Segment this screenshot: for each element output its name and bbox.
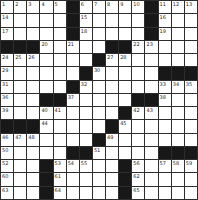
black-cell-r11c8 (93, 134, 105, 146)
cell-r14c3[interactable] (27, 173, 39, 185)
cell-r2c8[interactable] (93, 14, 105, 26)
clue-number-26: 26 (28, 54, 34, 60)
cell-r6c4[interactable] (40, 67, 52, 79)
cell-r8c7[interactable] (80, 94, 92, 106)
cell-r15c5[interactable]: 64 (54, 187, 66, 199)
cell-r3c14[interactable] (172, 28, 184, 40)
clue-number-24: 24 (2, 54, 8, 60)
cell-r11c1[interactable]: 46 (1, 134, 13, 146)
clue-number-65: 65 (133, 187, 139, 193)
cell-r8c15[interactable] (185, 94, 197, 106)
cell-r11c2[interactable]: 47 (14, 134, 26, 146)
cell-r9c13[interactable] (159, 107, 171, 119)
cell-r14c11[interactable]: 62 (132, 173, 144, 185)
cell-r9c6[interactable] (67, 107, 79, 119)
cell-r4c13[interactable] (159, 41, 171, 53)
cell-r15c6[interactable] (67, 187, 79, 199)
cell-r15c3[interactable] (27, 187, 39, 199)
clue-number-64: 64 (55, 187, 61, 193)
cell-r7c3[interactable] (27, 81, 39, 93)
black-cell-r8c4 (40, 94, 52, 106)
cell-r11c4[interactable] (40, 134, 52, 146)
clue-number-5: 5 (55, 1, 58, 7)
black-cell-r12c13 (159, 147, 171, 159)
cell-r3c3[interactable] (27, 28, 39, 40)
cell-r11c13[interactable] (159, 134, 171, 146)
clue-number-49: 49 (107, 134, 113, 140)
cell-r15c2[interactable] (14, 187, 26, 199)
clue-number-19: 19 (160, 28, 166, 34)
cell-r1c8[interactable]: 7 (93, 1, 105, 13)
clue-number-54: 54 (68, 160, 74, 166)
cell-r5c4[interactable] (40, 54, 52, 66)
clue-number-6: 6 (81, 1, 84, 7)
clue-number-11: 11 (160, 1, 166, 7)
clue-number-20: 20 (41, 41, 47, 47)
cell-r14c14[interactable] (172, 173, 184, 185)
clue-number-22: 22 (133, 41, 139, 47)
cell-r7c13[interactable]: 33 (159, 81, 171, 93)
cell-r13c15[interactable]: 59 (185, 160, 197, 172)
cell-r2c10[interactable] (119, 14, 131, 26)
cell-r7c5[interactable] (54, 81, 66, 93)
cell-r4c15[interactable] (185, 41, 197, 53)
clue-number-53: 53 (55, 160, 61, 166)
cell-r5c2[interactable]: 25 (14, 54, 26, 66)
cell-r11c5[interactable] (54, 134, 66, 146)
clue-number-4: 4 (41, 1, 44, 7)
clue-number-58: 58 (173, 160, 179, 166)
cell-r5c10[interactable]: 28 (119, 54, 131, 66)
black-cell-r12c6 (67, 147, 79, 159)
black-cell-r10c3 (27, 120, 39, 132)
clue-number-62: 62 (133, 173, 139, 179)
cell-r13c7[interactable]: 55 (80, 160, 92, 172)
clue-number-17: 17 (2, 28, 8, 34)
cell-r4c11[interactable]: 22 (132, 41, 144, 53)
clue-number-43: 43 (146, 107, 152, 113)
clue-number-52: 52 (2, 160, 8, 166)
cell-r12c1[interactable]: 50 (1, 147, 13, 159)
cell-r5c15[interactable] (185, 54, 197, 66)
cell-r14c12[interactable] (145, 173, 157, 185)
cell-r9c5[interactable]: 41 (54, 107, 66, 119)
cell-r10c11[interactable] (132, 120, 144, 132)
black-cell-r4c2 (14, 41, 26, 53)
cell-r1c1[interactable]: 1 (1, 1, 13, 13)
cell-r12c12[interactable] (145, 147, 157, 159)
cell-r9c9[interactable] (106, 107, 118, 119)
clue-number-12: 12 (173, 1, 179, 7)
black-cell-r1c12 (145, 1, 157, 13)
cell-r3c15[interactable] (185, 28, 197, 40)
black-cell-r3c12 (145, 28, 157, 40)
black-cell-r2c6 (67, 14, 79, 26)
cell-r12c10[interactable] (119, 147, 131, 159)
cell-r13c3[interactable] (27, 160, 39, 172)
cell-r7c1[interactable]: 31 (1, 81, 13, 93)
cell-r11c3[interactable]: 48 (27, 134, 39, 146)
black-cell-r7c6 (67, 81, 79, 93)
clue-number-30: 30 (94, 67, 100, 73)
cell-r11c7[interactable] (80, 134, 92, 146)
cell-r3c2[interactable] (14, 28, 26, 40)
cell-r1c10[interactable]: 9 (119, 1, 131, 13)
cell-r9c12[interactable]: 43 (145, 107, 157, 119)
cell-r10c15[interactable] (185, 120, 197, 132)
cell-r9c11[interactable]: 42 (132, 107, 144, 119)
cell-r9c8[interactable] (93, 107, 105, 119)
cell-r15c15[interactable] (185, 187, 197, 199)
cell-r4c5[interactable] (54, 41, 66, 53)
clue-number-32: 32 (81, 81, 87, 87)
cell-r15c13[interactable] (159, 187, 171, 199)
cell-r10c14[interactable] (172, 120, 184, 132)
cell-r13c12[interactable] (145, 160, 157, 172)
clue-number-16: 16 (160, 14, 166, 20)
cell-r15c11[interactable]: 65 (132, 187, 144, 199)
cell-r7c2[interactable] (14, 81, 26, 93)
cell-r13c11[interactable]: 56 (132, 160, 144, 172)
cell-r2c1[interactable]: 14 (1, 14, 13, 26)
clue-number-14: 14 (2, 14, 8, 20)
cell-r8c6[interactable]: 37 (67, 94, 79, 106)
clue-number-38: 38 (160, 94, 166, 100)
cell-r6c8[interactable]: 30 (93, 67, 105, 79)
clue-number-33: 33 (160, 81, 166, 87)
clue-number-44: 44 (41, 120, 47, 126)
clue-number-57: 57 (160, 160, 166, 166)
cell-r8c9[interactable] (106, 94, 118, 106)
cell-r10c7[interactable] (80, 120, 92, 132)
cell-r5c11[interactable] (132, 54, 144, 66)
black-cell-r12c15 (185, 147, 197, 159)
cell-r9c2[interactable] (14, 107, 26, 119)
cell-r12c2[interactable] (14, 147, 26, 159)
clue-number-29: 29 (2, 67, 8, 73)
cell-r2c4[interactable] (40, 14, 52, 26)
black-cell-r4c3 (27, 41, 39, 53)
cell-r3c10[interactable] (119, 28, 131, 40)
clue-number-41: 41 (55, 107, 61, 113)
crossword-grid: 1234567891011121314151617181920212223242… (0, 0, 198, 200)
cell-r5c6[interactable] (67, 54, 79, 66)
cell-r11c15[interactable] (185, 134, 197, 146)
cell-r7c4[interactable] (40, 81, 52, 93)
black-cell-r12c7 (80, 147, 92, 159)
clue-number-10: 10 (133, 1, 139, 7)
cell-r7c7[interactable]: 32 (80, 81, 92, 93)
cell-r10c13[interactable] (159, 120, 171, 132)
cell-r6c9[interactable] (106, 67, 118, 79)
cell-r14c7[interactable] (80, 173, 92, 185)
cell-r2c5[interactable] (54, 14, 66, 26)
clue-number-18: 18 (81, 28, 87, 34)
cell-r6c2[interactable] (14, 67, 26, 79)
black-cell-r6c14 (172, 67, 184, 79)
clue-number-56: 56 (133, 160, 139, 166)
clue-number-51: 51 (94, 147, 100, 153)
cell-r1c4[interactable]: 4 (40, 1, 52, 13)
cell-r9c15[interactable] (185, 107, 197, 119)
clue-number-34: 34 (173, 81, 179, 87)
black-cell-r13c4 (40, 160, 52, 172)
cell-r7c8[interactable] (93, 81, 105, 93)
cell-r5c9[interactable]: 27 (106, 54, 118, 66)
black-cell-r2c12 (145, 14, 157, 26)
clue-number-3: 3 (28, 1, 31, 7)
clue-number-59: 59 (186, 160, 192, 166)
black-cell-r4c1 (1, 41, 13, 53)
black-cell-r14c4 (40, 173, 52, 185)
cell-r2c15[interactable] (185, 14, 197, 26)
clue-number-50: 50 (2, 147, 8, 153)
cell-r3c8[interactable] (93, 28, 105, 40)
cell-r3c4[interactable] (40, 28, 52, 40)
cell-r14c1[interactable]: 60 (1, 173, 13, 185)
cell-r11c14[interactable] (172, 134, 184, 146)
cell-r13c8[interactable] (93, 160, 105, 172)
cell-r11c10[interactable] (119, 134, 131, 146)
cell-r1c2[interactable]: 2 (14, 1, 26, 13)
cell-r14c9[interactable] (106, 173, 118, 185)
cell-r12c9[interactable] (106, 147, 118, 159)
cell-r5c3[interactable]: 26 (27, 54, 39, 66)
cell-r1c9[interactable]: 8 (106, 1, 118, 13)
cell-r2c11[interactable] (132, 14, 144, 26)
cell-r7c11[interactable] (132, 81, 144, 93)
clue-number-7: 7 (94, 1, 97, 7)
black-cell-r6c13 (159, 67, 171, 79)
cell-r1c15[interactable]: 13 (185, 1, 197, 13)
cell-r4c4[interactable]: 20 (40, 41, 52, 53)
cell-r5c5[interactable] (54, 54, 66, 66)
clue-number-39: 39 (2, 107, 8, 113)
cell-r2c3[interactable] (27, 14, 39, 26)
cell-r6c1[interactable]: 29 (1, 67, 13, 79)
cell-r8c8[interactable] (93, 94, 105, 106)
black-cell-r3c6 (67, 28, 79, 40)
cell-r7c9[interactable] (106, 81, 118, 93)
black-cell-r13c10 (119, 160, 131, 172)
cell-r15c8[interactable] (93, 187, 105, 199)
black-cell-r8c11 (132, 94, 144, 106)
cell-r13c2[interactable] (14, 160, 26, 172)
clue-number-47: 47 (15, 134, 21, 140)
cell-r8c1[interactable]: 36 (1, 94, 13, 106)
cell-r9c3[interactable] (27, 107, 39, 119)
clue-number-8: 8 (107, 1, 110, 7)
cell-r11c11[interactable] (132, 134, 144, 146)
cell-r6c6[interactable] (67, 67, 79, 79)
cell-r8c13[interactable]: 38 (159, 94, 171, 106)
cell-r11c12[interactable] (145, 134, 157, 146)
black-cell-r5c8 (93, 54, 105, 66)
clue-number-60: 60 (2, 173, 8, 179)
clue-number-36: 36 (2, 94, 8, 100)
black-cell-r14c10 (119, 173, 131, 185)
cell-r2c9[interactable] (106, 14, 118, 26)
clue-number-42: 42 (133, 107, 139, 113)
cell-r14c2[interactable] (14, 173, 26, 185)
cell-r5c1[interactable]: 24 (1, 54, 13, 66)
cell-r5c13[interactable] (159, 54, 171, 66)
cell-r13c9[interactable] (106, 160, 118, 172)
clue-number-1: 1 (2, 1, 5, 7)
black-cell-r8c5 (54, 94, 66, 106)
cell-r13c6[interactable]: 54 (67, 160, 79, 172)
cell-r14c15[interactable] (185, 173, 197, 185)
cell-r8c14[interactable] (172, 94, 184, 106)
cell-r1c11[interactable]: 10 (132, 1, 144, 13)
cell-r9c4[interactable]: 40 (40, 107, 52, 119)
cell-r9c14[interactable] (172, 107, 184, 119)
black-cell-r10c2 (14, 120, 26, 132)
clue-number-28: 28 (120, 54, 126, 60)
cell-r9c1[interactable]: 39 (1, 107, 13, 119)
cell-r12c3[interactable] (27, 147, 39, 159)
cell-r12c11[interactable] (132, 147, 144, 159)
clue-number-13: 13 (186, 1, 192, 7)
cell-r6c11[interactable] (132, 67, 144, 79)
black-cell-r1c6 (67, 1, 79, 13)
cell-r4c6[interactable]: 21 (67, 41, 79, 53)
clue-number-45: 45 (120, 120, 126, 126)
cell-r4c12[interactable]: 23 (145, 41, 157, 53)
clue-number-27: 27 (107, 54, 113, 60)
cell-r5c7[interactable] (80, 54, 92, 66)
cell-r1c3[interactable]: 3 (27, 1, 39, 13)
cell-r3c7[interactable]: 18 (80, 28, 92, 40)
cell-r6c12[interactable] (145, 67, 157, 79)
cell-r11c9[interactable]: 49 (106, 134, 118, 146)
cell-r10c6[interactable] (67, 120, 79, 132)
cell-r13c13[interactable]: 57 (159, 160, 171, 172)
cell-r12c5[interactable] (54, 147, 66, 159)
clue-number-9: 9 (120, 1, 123, 7)
cell-r10c4[interactable]: 44 (40, 120, 52, 132)
cell-r14c8[interactable] (93, 173, 105, 185)
cell-r10c8[interactable] (93, 120, 105, 132)
black-cell-r15c4 (40, 187, 52, 199)
cell-r5c14[interactable] (172, 54, 184, 66)
cell-r11c6[interactable] (67, 134, 79, 146)
clue-number-2: 2 (15, 1, 18, 7)
cell-r14c6[interactable] (67, 173, 79, 185)
black-cell-r8c12 (145, 94, 157, 106)
cell-r7c14[interactable]: 34 (172, 81, 184, 93)
cell-r7c15[interactable]: 35 (185, 81, 197, 93)
clue-number-46: 46 (2, 134, 8, 140)
cell-r15c1[interactable]: 63 (1, 187, 13, 199)
cell-r1c7[interactable]: 6 (80, 1, 92, 13)
clue-number-23: 23 (146, 41, 152, 47)
cell-r6c5[interactable] (54, 67, 66, 79)
cell-r12c8[interactable]: 51 (93, 147, 105, 159)
clue-number-55: 55 (81, 160, 87, 166)
cell-r7c12[interactable] (145, 81, 157, 93)
clue-number-15: 15 (81, 14, 87, 20)
cell-r3c11[interactable] (132, 28, 144, 40)
cell-r15c12[interactable] (145, 187, 157, 199)
black-cell-r12c14 (172, 147, 184, 159)
clue-number-63: 63 (2, 187, 8, 193)
black-cell-r10c1 (1, 120, 13, 132)
cell-r12c4[interactable] (40, 147, 52, 159)
cell-r2c14[interactable] (172, 14, 184, 26)
cell-r10c12[interactable] (145, 120, 157, 132)
cell-r3c1[interactable]: 17 (1, 28, 13, 40)
cell-r13c14[interactable]: 58 (172, 160, 184, 172)
cell-r10c5[interactable] (54, 120, 66, 132)
cell-r6c10[interactable] (119, 67, 131, 79)
cell-r1c13[interactable]: 11 (159, 1, 171, 13)
clue-number-21: 21 (68, 41, 74, 47)
clue-number-31: 31 (2, 81, 8, 87)
black-cell-r6c15 (185, 67, 197, 79)
cell-r9c7[interactable] (80, 107, 92, 119)
cell-r4c7[interactable] (80, 41, 92, 53)
clue-number-25: 25 (15, 54, 21, 60)
cell-r1c5[interactable]: 5 (54, 1, 66, 13)
cell-r8c3[interactable] (27, 94, 39, 106)
cell-r3c9[interactable] (106, 28, 118, 40)
cell-r7c10[interactable] (119, 81, 131, 93)
black-cell-r4c10 (119, 41, 131, 53)
cell-r5c12[interactable] (145, 54, 157, 66)
cell-r10c10[interactable]: 45 (119, 120, 131, 132)
clue-number-35: 35 (186, 81, 192, 87)
clue-number-48: 48 (28, 134, 34, 140)
black-cell-r10c9 (106, 120, 118, 132)
cell-r4c8[interactable] (93, 41, 105, 53)
cell-r15c9[interactable] (106, 187, 118, 199)
cell-r3c5[interactable] (54, 28, 66, 40)
cell-r1c14[interactable]: 12 (172, 1, 184, 13)
black-cell-r9c10 (119, 107, 131, 119)
black-cell-r15c10 (119, 187, 131, 199)
cell-r13c5[interactable]: 53 (54, 160, 66, 172)
black-cell-r6c7 (80, 67, 92, 79)
cell-r6c3[interactable] (27, 67, 39, 79)
cell-r8c2[interactable] (14, 94, 26, 106)
clue-number-37: 37 (68, 94, 74, 100)
cell-r3c13[interactable]: 19 (159, 28, 171, 40)
cell-r4c14[interactable] (172, 41, 184, 53)
black-cell-r4c9 (106, 41, 118, 53)
crossword-board: 1234567891011121314151617181920212223242… (0, 0, 198, 200)
cell-r15c7[interactable] (80, 187, 92, 199)
clue-number-61: 61 (55, 173, 61, 179)
cell-r2c7[interactable]: 15 (80, 14, 92, 26)
cell-r14c5[interactable]: 61 (54, 173, 66, 185)
clue-number-40: 40 (41, 107, 47, 113)
cell-r2c2[interactable] (14, 14, 26, 26)
cell-r15c14[interactable] (172, 187, 184, 199)
cell-r13c1[interactable]: 52 (1, 160, 13, 172)
cell-r8c10[interactable] (119, 94, 131, 106)
cell-r2c13[interactable]: 16 (159, 14, 171, 26)
cell-r14c13[interactable] (159, 173, 171, 185)
